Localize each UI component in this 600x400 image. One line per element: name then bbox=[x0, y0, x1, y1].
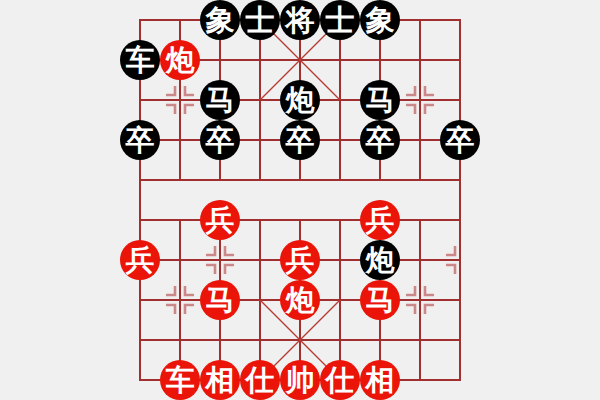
intersection-8-6 bbox=[440, 240, 480, 280]
intersection-6-0: 象 bbox=[360, 0, 400, 40]
intersection-1-5 bbox=[160, 200, 200, 240]
intersection-5-1 bbox=[320, 40, 360, 80]
red-general-piece[interactable]: 帅 bbox=[280, 360, 320, 400]
intersection-8-7 bbox=[440, 280, 480, 320]
intersection-3-6 bbox=[240, 240, 280, 280]
red-chariot-piece[interactable]: 车 bbox=[160, 360, 200, 400]
intersection-7-1 bbox=[400, 40, 440, 80]
intersection-8-9 bbox=[440, 360, 480, 400]
intersection-7-7 bbox=[400, 280, 440, 320]
black-pawn-piece[interactable]: 卒 bbox=[280, 120, 320, 160]
intersection-4-1 bbox=[280, 40, 320, 80]
black-elephant-piece[interactable]: 象 bbox=[200, 0, 240, 40]
intersection-2-7: 马 bbox=[200, 280, 240, 320]
intersection-0-5 bbox=[120, 200, 160, 240]
intersection-4-9: 帅 bbox=[280, 360, 320, 400]
intersection-0-3: 卒 bbox=[120, 120, 160, 160]
intersection-3-5 bbox=[240, 200, 280, 240]
intersection-6-6: 炮 bbox=[360, 240, 400, 280]
intersection-3-3 bbox=[240, 120, 280, 160]
intersection-5-7 bbox=[320, 280, 360, 320]
red-pawn-piece[interactable]: 兵 bbox=[120, 240, 160, 280]
intersection-7-6 bbox=[400, 240, 440, 280]
intersection-1-0 bbox=[160, 0, 200, 40]
red-elephant-piece[interactable]: 相 bbox=[360, 360, 400, 400]
intersection-1-6 bbox=[160, 240, 200, 280]
intersection-7-2 bbox=[400, 80, 440, 120]
intersection-3-2 bbox=[240, 80, 280, 120]
intersection-1-8 bbox=[160, 320, 200, 360]
black-pawn-piece[interactable]: 卒 bbox=[360, 120, 400, 160]
intersection-0-1: 车 bbox=[120, 40, 160, 80]
black-chariot-piece[interactable]: 车 bbox=[120, 40, 160, 80]
black-cannon-piece[interactable]: 炮 bbox=[280, 80, 320, 120]
intersection-1-2 bbox=[160, 80, 200, 120]
intersection-7-8 bbox=[400, 320, 440, 360]
intersection-4-5 bbox=[280, 200, 320, 240]
intersection-0-4 bbox=[120, 160, 160, 200]
black-general-piece[interactable]: 将 bbox=[280, 0, 320, 40]
intersection-8-0 bbox=[440, 0, 480, 40]
intersection-2-3: 卒 bbox=[200, 120, 240, 160]
intersection-6-2: 马 bbox=[360, 80, 400, 120]
intersection-5-0: 士 bbox=[320, 0, 360, 40]
intersection-4-8 bbox=[280, 320, 320, 360]
intersection-5-4 bbox=[320, 160, 360, 200]
intersection-6-7: 马 bbox=[360, 280, 400, 320]
intersection-3-4 bbox=[240, 160, 280, 200]
intersection-5-3 bbox=[320, 120, 360, 160]
red-horse-piece[interactable]: 马 bbox=[360, 280, 400, 320]
intersection-2-4 bbox=[200, 160, 240, 200]
intersection-4-7: 炮 bbox=[280, 280, 320, 320]
xiangqi-board: 象士将士象车炮马炮马卒卒卒卒卒兵兵兵兵炮马炮马车相仕帅仕相 bbox=[0, 0, 600, 400]
red-horse-piece[interactable]: 马 bbox=[200, 280, 240, 320]
intersection-0-6: 兵 bbox=[120, 240, 160, 280]
intersection-3-1 bbox=[240, 40, 280, 80]
intersection-7-4 bbox=[400, 160, 440, 200]
intersection-0-8 bbox=[120, 320, 160, 360]
intersection-4-6: 兵 bbox=[280, 240, 320, 280]
intersection-8-5 bbox=[440, 200, 480, 240]
red-elephant-piece[interactable]: 相 bbox=[200, 360, 240, 400]
black-horse-piece[interactable]: 马 bbox=[360, 80, 400, 120]
intersection-5-9: 仕 bbox=[320, 360, 360, 400]
intersection-6-4 bbox=[360, 160, 400, 200]
intersection-6-3: 卒 bbox=[360, 120, 400, 160]
black-pawn-piece[interactable]: 卒 bbox=[120, 120, 160, 160]
intersection-2-8 bbox=[200, 320, 240, 360]
intersection-2-5: 兵 bbox=[200, 200, 240, 240]
intersection-5-6 bbox=[320, 240, 360, 280]
intersection-0-0 bbox=[120, 0, 160, 40]
intersection-8-4 bbox=[440, 160, 480, 200]
intersection-7-0 bbox=[400, 0, 440, 40]
intersection-1-4 bbox=[160, 160, 200, 200]
black-horse-piece[interactable]: 马 bbox=[200, 80, 240, 120]
intersection-5-8 bbox=[320, 320, 360, 360]
red-pawn-piece[interactable]: 兵 bbox=[360, 200, 400, 240]
intersection-0-7 bbox=[120, 280, 160, 320]
intersection-4-2: 炮 bbox=[280, 80, 320, 120]
intersection-6-5: 兵 bbox=[360, 200, 400, 240]
intersection-7-9 bbox=[400, 360, 440, 400]
intersection-2-9: 相 bbox=[200, 360, 240, 400]
black-pawn-piece[interactable]: 卒 bbox=[440, 120, 480, 160]
intersection-1-1: 炮 bbox=[160, 40, 200, 80]
intersection-8-8 bbox=[440, 320, 480, 360]
intersection-8-1 bbox=[440, 40, 480, 80]
intersection-2-1 bbox=[200, 40, 240, 80]
intersection-2-2: 马 bbox=[200, 80, 240, 120]
intersection-1-7 bbox=[160, 280, 200, 320]
red-pawn-piece[interactable]: 兵 bbox=[200, 200, 240, 240]
intersection-0-2 bbox=[120, 80, 160, 120]
intersection-6-1 bbox=[360, 40, 400, 80]
red-cannon-piece[interactable]: 炮 bbox=[160, 40, 200, 80]
intersection-3-0: 士 bbox=[240, 0, 280, 40]
intersection-0-9 bbox=[120, 360, 160, 400]
red-pawn-piece[interactable]: 兵 bbox=[280, 240, 320, 280]
red-advisor-piece[interactable]: 仕 bbox=[320, 360, 360, 400]
black-advisor-piece[interactable]: 士 bbox=[240, 0, 280, 40]
intersection-4-0: 将 bbox=[280, 0, 320, 40]
intersection-8-3: 卒 bbox=[440, 120, 480, 160]
black-cannon-piece[interactable]: 炮 bbox=[360, 240, 400, 280]
red-advisor-piece[interactable]: 仕 bbox=[240, 360, 280, 400]
black-pawn-piece[interactable]: 卒 bbox=[200, 120, 240, 160]
black-advisor-piece[interactable]: 士 bbox=[320, 0, 360, 40]
red-cannon-piece[interactable]: 炮 bbox=[280, 280, 320, 320]
intersection-2-0: 象 bbox=[200, 0, 240, 40]
intersection-6-8 bbox=[360, 320, 400, 360]
intersection-5-2 bbox=[320, 80, 360, 120]
black-elephant-piece[interactable]: 象 bbox=[360, 0, 400, 40]
intersection-7-5 bbox=[400, 200, 440, 240]
intersection-2-6 bbox=[200, 240, 240, 280]
intersection-3-9: 仕 bbox=[240, 360, 280, 400]
intersection-3-8 bbox=[240, 320, 280, 360]
intersection-6-9: 相 bbox=[360, 360, 400, 400]
intersection-4-4 bbox=[280, 160, 320, 200]
intersection-7-3 bbox=[400, 120, 440, 160]
board-intersections: 象士将士象车炮马炮马卒卒卒卒卒兵兵兵兵炮马炮马车相仕帅仕相 bbox=[120, 0, 480, 400]
intersection-8-2 bbox=[440, 80, 480, 120]
intersection-5-5 bbox=[320, 200, 360, 240]
intersection-3-7 bbox=[240, 280, 280, 320]
intersection-4-3: 卒 bbox=[280, 120, 320, 160]
intersection-1-3 bbox=[160, 120, 200, 160]
intersection-1-9: 车 bbox=[160, 360, 200, 400]
